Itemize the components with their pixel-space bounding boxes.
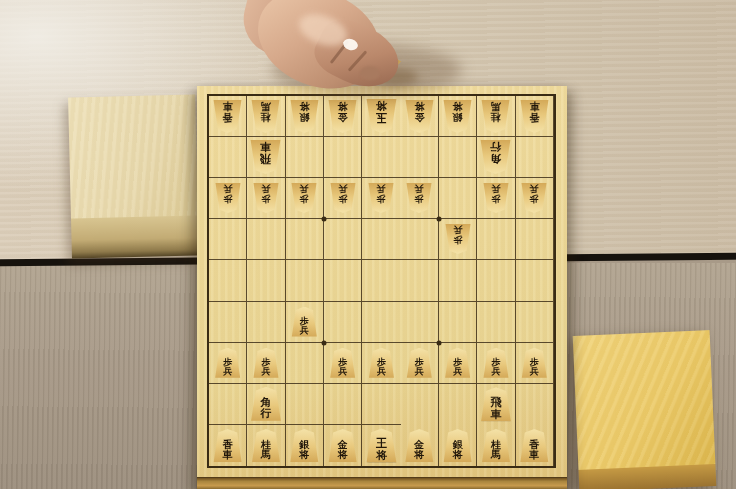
koma-kanji: 兵 <box>300 184 309 194</box>
koma-歩兵-gote[interactable]: 歩兵 <box>406 183 432 213</box>
board-grid: 香車桂馬銀将金将玉将金将銀将桂馬香車飛車角行歩兵歩兵歩兵歩兵歩兵歩兵歩兵歩兵歩兵… <box>207 94 556 468</box>
koma-金将-gote[interactable]: 金将 <box>405 100 434 133</box>
board-cell <box>286 219 324 260</box>
koma-kanji: 兵 <box>530 367 539 377</box>
koma-kanji: 馬 <box>261 101 271 112</box>
board-cell <box>362 260 400 301</box>
board-cell: 桂馬 <box>247 96 285 137</box>
board-cell <box>362 137 400 178</box>
koma-kanji: 将 <box>414 450 424 461</box>
koma-歩兵-sente[interactable]: 歩兵 <box>291 307 317 337</box>
board-cell: 歩兵 <box>516 343 554 384</box>
koma-kanji: 車 <box>223 450 233 461</box>
koma-kanji: 歩 <box>530 194 539 204</box>
koma-歩兵-gote[interactable]: 歩兵 <box>521 183 547 213</box>
koma-kanji: 兵 <box>338 367 347 377</box>
koma-kanji: 兵 <box>377 367 386 377</box>
koma-金将-gote[interactable]: 金将 <box>328 100 357 133</box>
koma-kanji: 兵 <box>261 184 270 194</box>
koma-kanji: 歩 <box>415 194 424 204</box>
board-cell <box>516 260 554 301</box>
board-cell: 金将 <box>401 96 439 137</box>
board-cell <box>401 219 439 260</box>
board-cell: 歩兵 <box>324 178 362 219</box>
koma-kanji: 将 <box>453 450 463 461</box>
koma-kanji: 角 <box>490 153 501 165</box>
koma-kanji: 香 <box>529 111 539 122</box>
koma-歩兵-gote[interactable]: 歩兵 <box>291 183 317 213</box>
koma-kanji: 車 <box>529 101 539 112</box>
koma-金将-sente[interactable]: 金将 <box>328 429 357 462</box>
koma-歩兵-sente[interactable]: 歩兵 <box>483 348 509 378</box>
board-cell <box>401 302 439 343</box>
koma-歩兵-gote[interactable]: 歩兵 <box>483 183 509 213</box>
piece-stand-right-top <box>573 330 716 470</box>
koma-角行-gote[interactable]: 角行 <box>480 140 511 174</box>
koma-kanji: 兵 <box>491 184 500 194</box>
koma-飛車-sente[interactable]: 飛車 <box>480 387 511 421</box>
koma-kanji: 歩 <box>223 194 232 204</box>
koma-桂馬-gote[interactable]: 桂馬 <box>251 100 280 133</box>
board-cell: 歩兵 <box>516 178 554 219</box>
board-cell: 歩兵 <box>401 343 439 384</box>
board-cell: 歩兵 <box>477 343 515 384</box>
koma-角行-sente[interactable]: 角行 <box>250 387 281 421</box>
board-cell <box>401 260 439 301</box>
board-cell: 歩兵 <box>247 343 285 384</box>
board-cell: 香車 <box>209 96 247 137</box>
koma-kanji: 銀 <box>453 111 463 122</box>
piece-stand-left-front <box>71 215 199 258</box>
board-cell: 桂馬 <box>247 425 285 466</box>
shogi-board: 香車桂馬銀将金将玉将金将銀将桂馬香車飛車角行歩兵歩兵歩兵歩兵歩兵歩兵歩兵歩兵歩兵… <box>197 86 567 489</box>
koma-桂馬-gote[interactable]: 桂馬 <box>481 100 510 133</box>
koma-歩兵-sente[interactable]: 歩兵 <box>445 348 471 378</box>
board-cell: 飛車 <box>247 137 285 178</box>
board-cell <box>362 302 400 343</box>
board-cell <box>477 260 515 301</box>
koma-歩兵-sente[interactable]: 歩兵 <box>330 348 356 378</box>
board-cell: 歩兵 <box>286 302 324 343</box>
star-point <box>322 217 327 222</box>
koma-王将-sente[interactable]: 王将 <box>366 428 397 462</box>
board-cell <box>516 219 554 260</box>
koma-kanji: 将 <box>376 450 387 462</box>
koma-kanji: 馬 <box>491 450 501 461</box>
koma-kanji: 兵 <box>223 367 232 377</box>
board-cell: 飛車 <box>477 384 515 425</box>
koma-玉将-gote[interactable]: 玉将 <box>366 99 397 133</box>
koma-kanji: 兵 <box>261 367 270 377</box>
board-cell: 香車 <box>516 96 554 137</box>
koma-kanji: 兵 <box>453 225 462 235</box>
koma-歩兵-sente[interactable]: 歩兵 <box>521 348 547 378</box>
board-cell <box>209 260 247 301</box>
board-cell: 銀将 <box>439 96 477 137</box>
piece-stand-right <box>573 330 717 489</box>
board-cell: 歩兵 <box>247 178 285 219</box>
koma-kanji: 兵 <box>491 367 500 377</box>
board-cell <box>516 302 554 343</box>
board-cell: 歩兵 <box>362 178 400 219</box>
board-cell <box>439 384 477 425</box>
board-cell: 歩兵 <box>477 178 515 219</box>
board-cell <box>439 178 477 219</box>
koma-kanji: 飛 <box>260 153 271 165</box>
koma-kanji: 桂 <box>261 111 271 122</box>
board-cell <box>477 219 515 260</box>
koma-香車-gote[interactable]: 香車 <box>520 100 549 133</box>
koma-銀将-gote[interactable]: 銀将 <box>290 100 319 133</box>
koma-kanji: 歩 <box>377 194 386 204</box>
board-cell: 銀将 <box>439 425 477 466</box>
koma-kanji: 馬 <box>261 450 271 461</box>
piece-stand-left <box>68 94 199 258</box>
koma-桂馬-sente[interactable]: 桂馬 <box>481 429 510 462</box>
koma-kanji: 行 <box>490 141 501 153</box>
board-cell: 金将 <box>324 425 362 466</box>
board-cell <box>286 137 324 178</box>
koma-kanji: 馬 <box>491 101 501 112</box>
koma-kanji: 歩 <box>453 235 462 245</box>
scene: 香車桂馬銀将金将玉将金将銀将桂馬香車飛車角行歩兵歩兵歩兵歩兵歩兵歩兵歩兵歩兵歩兵… <box>0 0 736 489</box>
koma-歩兵-gote[interactable]: 歩兵 <box>445 224 471 254</box>
koma-kanji: 将 <box>453 101 463 112</box>
board-cell: 歩兵 <box>209 343 247 384</box>
koma-kanji: 歩 <box>261 194 270 204</box>
koma-kanji: 歩 <box>338 194 347 204</box>
koma-kanji: 桂 <box>491 111 501 122</box>
koma-kanji: 車 <box>490 409 501 421</box>
board-cell: 歩兵 <box>209 178 247 219</box>
board-cell: 角行 <box>477 137 515 178</box>
koma-歩兵-sente[interactable]: 歩兵 <box>406 348 432 378</box>
finger-tip <box>360 66 380 80</box>
koma-歩兵-gote[interactable]: 歩兵 <box>368 183 394 213</box>
board-cell: 金将 <box>324 96 362 137</box>
star-point <box>437 217 442 222</box>
koma-kanji: 行 <box>260 408 271 420</box>
board-cell <box>247 302 285 343</box>
koma-kanji: 銀 <box>299 111 309 122</box>
koma-kanji: 将 <box>299 101 309 112</box>
board-cell <box>516 384 554 425</box>
koma-kanji: 兵 <box>530 184 539 194</box>
koma-歩兵-sente[interactable]: 歩兵 <box>368 348 394 378</box>
board-cell <box>324 302 362 343</box>
koma-kanji: 兵 <box>415 184 424 194</box>
koma-kanji: 玉 <box>376 112 387 124</box>
koma-歩兵-gote[interactable]: 歩兵 <box>253 183 279 213</box>
koma-kanji: 兵 <box>453 367 462 377</box>
koma-kanji: 車 <box>260 141 271 153</box>
koma-歩兵-sente[interactable]: 歩兵 <box>253 348 279 378</box>
koma-金将-sente[interactable]: 金将 <box>405 429 434 462</box>
board-cell <box>209 302 247 343</box>
koma-kanji: 兵 <box>338 184 347 194</box>
board-cell <box>209 219 247 260</box>
board-cell: 歩兵 <box>286 178 324 219</box>
board-cell <box>401 137 439 178</box>
koma-kanji: 香 <box>223 111 233 122</box>
board-cell <box>286 343 324 384</box>
koma-kanji: 将 <box>338 450 348 461</box>
board-cell: 歩兵 <box>324 343 362 384</box>
board-cell <box>247 260 285 301</box>
board-cell <box>286 384 324 425</box>
koma-kanji: 歩 <box>491 194 500 204</box>
koma-kanji: 車 <box>223 101 233 112</box>
koma-銀将-sente[interactable]: 銀将 <box>290 429 319 462</box>
board-cell <box>516 137 554 178</box>
board-cell <box>209 137 247 178</box>
board-cell: 歩兵 <box>439 219 477 260</box>
board-cell: 歩兵 <box>401 178 439 219</box>
koma-香車-gote[interactable]: 香車 <box>213 100 242 133</box>
board-cell <box>439 137 477 178</box>
koma-歩兵-gote[interactable]: 歩兵 <box>215 183 241 213</box>
koma-歩兵-gote[interactable]: 歩兵 <box>330 183 356 213</box>
board-cell <box>324 137 362 178</box>
koma-kanji: 歩 <box>300 194 309 204</box>
koma-kanji: 将 <box>376 100 387 112</box>
koma-飛車-gote[interactable]: 飛車 <box>250 140 281 174</box>
koma-kanji: 将 <box>414 101 424 112</box>
board-cell: 歩兵 <box>362 343 400 384</box>
board-cell <box>324 219 362 260</box>
koma-kanji: 金 <box>414 111 424 122</box>
koma-香車-sente[interactable]: 香車 <box>213 429 242 462</box>
star-point <box>437 341 442 346</box>
board-front-edge <box>197 477 567 489</box>
koma-歩兵-sente[interactable]: 歩兵 <box>215 348 241 378</box>
board-cell <box>439 260 477 301</box>
board-cell: 玉将 <box>362 96 400 137</box>
koma-kanji: 金 <box>338 111 348 122</box>
koma-kanji: 将 <box>299 450 309 461</box>
koma-香車-sente[interactable]: 香車 <box>520 429 549 462</box>
board-cell <box>247 219 285 260</box>
board-cell: 歩兵 <box>439 343 477 384</box>
koma-kanji: 兵 <box>415 367 424 377</box>
koma-kanji: 車 <box>529 450 539 461</box>
board-cell <box>209 384 247 425</box>
board-cell: 王将 <box>362 425 400 466</box>
board-cell: 桂馬 <box>477 96 515 137</box>
board-cell: 香車 <box>516 425 554 466</box>
koma-kanji: 兵 <box>223 184 232 194</box>
board-cell: 銀将 <box>286 96 324 137</box>
board-cell <box>439 302 477 343</box>
board-cell: 銀将 <box>286 425 324 466</box>
piece-stand-left-top <box>68 94 198 218</box>
koma-kanji: 兵 <box>377 184 386 194</box>
board-cell <box>362 384 400 425</box>
board-cell: 桂馬 <box>477 425 515 466</box>
koma-kanji: 兵 <box>300 326 309 336</box>
board-cell: 香車 <box>209 425 247 466</box>
board-cell <box>401 384 439 425</box>
star-point <box>322 341 327 346</box>
board-cell: 金将 <box>401 425 439 466</box>
koma-銀将-sente[interactable]: 銀将 <box>443 429 472 462</box>
board-cell <box>324 260 362 301</box>
board-cell <box>286 260 324 301</box>
koma-桂馬-sente[interactable]: 桂馬 <box>251 429 280 462</box>
koma-kanji: 将 <box>338 101 348 112</box>
koma-銀将-gote[interactable]: 銀将 <box>443 100 472 133</box>
board-cell <box>362 219 400 260</box>
board-cell: 角行 <box>247 384 285 425</box>
board-cell <box>477 302 515 343</box>
board-cell <box>324 384 362 425</box>
